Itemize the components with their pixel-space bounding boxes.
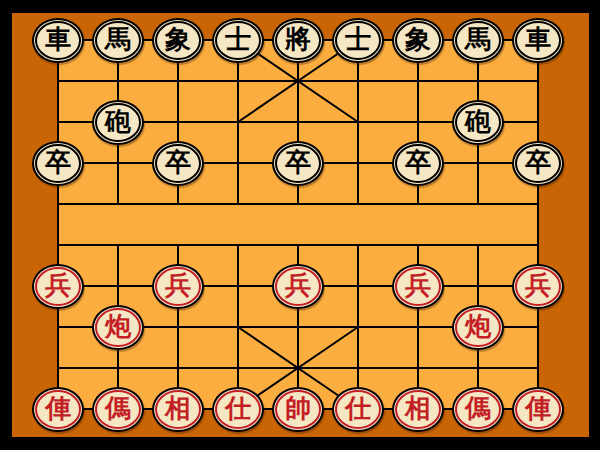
piece-black-advisor[interactable]: 士 [332, 18, 384, 63]
piece-glyph: 卒 [45, 149, 71, 175]
piece-black-soldier[interactable]: 卒 [512, 141, 564, 186]
piece-glyph: 車 [45, 26, 71, 52]
piece-glyph: 兵 [525, 272, 551, 298]
piece-black-chariot[interactable]: 車 [32, 18, 84, 63]
piece-glyph: 車 [525, 26, 551, 52]
piece-black-elephant[interactable]: 象 [392, 18, 444, 63]
piece-glyph: 俥 [45, 395, 71, 421]
piece-glyph: 俥 [525, 395, 551, 421]
piece-red-elephant[interactable]: 相 [392, 387, 444, 432]
piece-red-advisor[interactable]: 仕 [332, 387, 384, 432]
piece-red-cannon[interactable]: 炮 [92, 305, 144, 350]
piece-glyph: 炮 [465, 313, 491, 339]
piece-red-soldier[interactable]: 兵 [272, 264, 324, 309]
piece-glyph: 相 [405, 395, 431, 421]
piece-red-chariot[interactable]: 俥 [512, 387, 564, 432]
piece-black-soldier[interactable]: 卒 [392, 141, 444, 186]
piece-black-soldier[interactable]: 卒 [152, 141, 204, 186]
piece-glyph: 象 [405, 26, 431, 52]
piece-glyph: 卒 [285, 149, 311, 175]
piece-black-general[interactable]: 將 [272, 18, 324, 63]
piece-red-general[interactable]: 帥 [272, 387, 324, 432]
piece-black-soldier[interactable]: 卒 [272, 141, 324, 186]
piece-black-cannon[interactable]: 砲 [92, 100, 144, 145]
piece-black-horse[interactable]: 馬 [452, 18, 504, 63]
piece-glyph: 士 [225, 26, 251, 52]
piece-glyph: 兵 [285, 272, 311, 298]
piece-red-advisor[interactable]: 仕 [212, 387, 264, 432]
piece-red-chariot[interactable]: 俥 [32, 387, 84, 432]
piece-glyph: 傌 [465, 395, 491, 421]
piece-black-cannon[interactable]: 砲 [452, 100, 504, 145]
piece-glyph: 卒 [525, 149, 551, 175]
piece-glyph: 兵 [165, 272, 191, 298]
piece-glyph: 兵 [45, 272, 71, 298]
piece-glyph: 帥 [285, 395, 311, 421]
piece-black-elephant[interactable]: 象 [152, 18, 204, 63]
piece-red-soldier[interactable]: 兵 [512, 264, 564, 309]
piece-layer: 車馬象士將士象馬車砲砲卒卒卒卒卒兵兵兵兵兵炮炮俥傌相仕帥仕相傌俥 [28, 20, 568, 430]
piece-glyph: 卒 [165, 149, 191, 175]
piece-glyph: 砲 [465, 108, 491, 134]
piece-red-soldier[interactable]: 兵 [392, 264, 444, 309]
piece-black-soldier[interactable]: 卒 [32, 141, 84, 186]
piece-red-soldier[interactable]: 兵 [32, 264, 84, 309]
piece-glyph: 士 [345, 26, 371, 52]
piece-glyph: 將 [285, 26, 311, 52]
piece-glyph: 砲 [105, 108, 131, 134]
piece-glyph: 馬 [465, 26, 491, 52]
piece-glyph: 仕 [225, 395, 251, 421]
piece-black-advisor[interactable]: 士 [212, 18, 264, 63]
piece-glyph: 卒 [405, 149, 431, 175]
piece-glyph: 炮 [105, 313, 131, 339]
piece-red-soldier[interactable]: 兵 [152, 264, 204, 309]
piece-glyph: 傌 [105, 395, 131, 421]
outer-frame: 車馬象士將士象馬車砲砲卒卒卒卒卒兵兵兵兵兵炮炮俥傌相仕帥仕相傌俥 [0, 0, 600, 450]
piece-red-horse[interactable]: 傌 [92, 387, 144, 432]
piece-glyph: 象 [165, 26, 191, 52]
piece-glyph: 相 [165, 395, 191, 421]
piece-glyph: 仕 [345, 395, 371, 421]
piece-red-horse[interactable]: 傌 [452, 387, 504, 432]
piece-black-horse[interactable]: 馬 [92, 18, 144, 63]
piece-red-elephant[interactable]: 相 [152, 387, 204, 432]
piece-glyph: 馬 [105, 26, 131, 52]
piece-red-cannon[interactable]: 炮 [452, 305, 504, 350]
piece-glyph: 兵 [405, 272, 431, 298]
piece-black-chariot[interactable]: 車 [512, 18, 564, 63]
